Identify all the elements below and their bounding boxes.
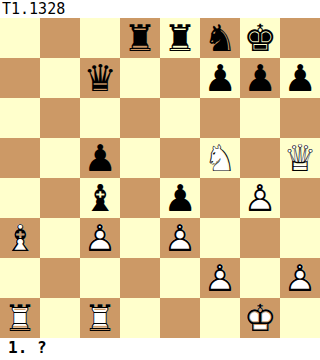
square-h6[interactable]: [280, 98, 320, 138]
piece-black-bishop[interactable]: ♝: [80, 178, 120, 218]
move-prompt: 1. ?: [0, 338, 320, 360]
square-a2[interactable]: [0, 258, 40, 298]
square-e7[interactable]: [160, 58, 200, 98]
piece-white-pawn[interactable]: ♙: [200, 258, 240, 298]
piece-white-knight[interactable]: ♘: [200, 138, 240, 178]
square-b7[interactable]: [40, 58, 80, 98]
square-f1[interactable]: [200, 298, 240, 338]
square-b4[interactable]: [40, 178, 80, 218]
square-d3[interactable]: [120, 218, 160, 258]
puzzle-title: T1.1328: [0, 0, 320, 18]
square-d8[interactable]: ♜: [120, 18, 160, 58]
square-c2[interactable]: [80, 258, 120, 298]
square-a4[interactable]: [0, 178, 40, 218]
square-h3[interactable]: [280, 218, 320, 258]
piece-black-rook[interactable]: ♜: [160, 18, 200, 58]
square-d4[interactable]: [120, 178, 160, 218]
piece-white-pawn[interactable]: ♙: [280, 258, 320, 298]
chess-board: ♜♜♞♚♛♟♟♟♟♞♘♛♕♝♟♟♙♝♗♟♙♟♙♟♙♟♙♜♖♜♖♚♔: [0, 18, 320, 338]
square-d6[interactable]: [120, 98, 160, 138]
piece-black-pawn[interactable]: ♟: [160, 178, 200, 218]
square-e2[interactable]: [160, 258, 200, 298]
square-f8[interactable]: ♞: [200, 18, 240, 58]
square-h2[interactable]: ♟♙: [280, 258, 320, 298]
square-c7[interactable]: ♛: [80, 58, 120, 98]
piece-black-queen[interactable]: ♛: [80, 58, 120, 98]
piece-black-rook[interactable]: ♜: [120, 18, 160, 58]
square-f7[interactable]: ♟: [200, 58, 240, 98]
square-c5[interactable]: ♟: [80, 138, 120, 178]
square-a6[interactable]: [0, 98, 40, 138]
square-a5[interactable]: [0, 138, 40, 178]
square-a8[interactable]: [0, 18, 40, 58]
square-b3[interactable]: [40, 218, 80, 258]
piece-black-knight[interactable]: ♞: [200, 18, 240, 58]
square-f5[interactable]: ♞♘: [200, 138, 240, 178]
piece-black-pawn[interactable]: ♟: [280, 58, 320, 98]
square-b5[interactable]: [40, 138, 80, 178]
square-h7[interactable]: ♟: [280, 58, 320, 98]
square-h8[interactable]: [280, 18, 320, 58]
square-b1[interactable]: [40, 298, 80, 338]
piece-white-pawn[interactable]: ♙: [160, 218, 200, 258]
square-a1[interactable]: ♜♖: [0, 298, 40, 338]
square-b8[interactable]: [40, 18, 80, 58]
square-e3[interactable]: ♟♙: [160, 218, 200, 258]
square-c4[interactable]: ♝: [80, 178, 120, 218]
square-h5[interactable]: ♛♕: [280, 138, 320, 178]
square-g3[interactable]: [240, 218, 280, 258]
square-e6[interactable]: [160, 98, 200, 138]
square-g1[interactable]: ♚♔: [240, 298, 280, 338]
piece-white-rook[interactable]: ♖: [0, 298, 40, 338]
square-e5[interactable]: [160, 138, 200, 178]
square-g4[interactable]: ♟♙: [240, 178, 280, 218]
piece-black-king[interactable]: ♚: [240, 18, 280, 58]
square-c8[interactable]: [80, 18, 120, 58]
square-a3[interactable]: ♝♗: [0, 218, 40, 258]
square-b2[interactable]: [40, 258, 80, 298]
square-h4[interactable]: [280, 178, 320, 218]
piece-white-queen[interactable]: ♕: [280, 138, 320, 178]
piece-white-rook[interactable]: ♖: [80, 298, 120, 338]
square-c3[interactable]: ♟♙: [80, 218, 120, 258]
square-g7[interactable]: ♟: [240, 58, 280, 98]
square-g2[interactable]: [240, 258, 280, 298]
square-c6[interactable]: [80, 98, 120, 138]
square-g8[interactable]: ♚: [240, 18, 280, 58]
square-d2[interactable]: [120, 258, 160, 298]
piece-white-bishop[interactable]: ♗: [0, 218, 40, 258]
piece-black-pawn[interactable]: ♟: [80, 138, 120, 178]
square-c1[interactable]: ♜♖: [80, 298, 120, 338]
piece-black-pawn[interactable]: ♟: [200, 58, 240, 98]
square-g6[interactable]: [240, 98, 280, 138]
square-g5[interactable]: [240, 138, 280, 178]
square-e4[interactable]: ♟: [160, 178, 200, 218]
square-d7[interactable]: [120, 58, 160, 98]
square-f2[interactable]: ♟♙: [200, 258, 240, 298]
square-h1[interactable]: [280, 298, 320, 338]
square-b6[interactable]: [40, 98, 80, 138]
piece-black-pawn[interactable]: ♟: [240, 58, 280, 98]
square-d1[interactable]: [120, 298, 160, 338]
piece-white-pawn[interactable]: ♙: [240, 178, 280, 218]
square-d5[interactable]: [120, 138, 160, 178]
square-e1[interactable]: [160, 298, 200, 338]
square-a7[interactable]: [0, 58, 40, 98]
square-e8[interactable]: ♜: [160, 18, 200, 58]
square-f6[interactable]: [200, 98, 240, 138]
piece-white-pawn[interactable]: ♙: [80, 218, 120, 258]
piece-white-king[interactable]: ♔: [240, 298, 280, 338]
square-f3[interactable]: [200, 218, 240, 258]
square-f4[interactable]: [200, 178, 240, 218]
